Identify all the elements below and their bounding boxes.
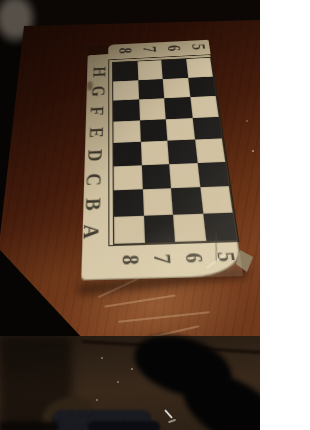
square-h8	[113, 61, 138, 81]
square-f6	[164, 97, 192, 119]
wood-crack	[216, 233, 217, 262]
dust-speck	[246, 120, 248, 122]
photo-margin	[260, 0, 310, 430]
rank-label-bottom-8: 8	[118, 255, 140, 266]
square-g8	[113, 80, 139, 101]
dust-speck	[252, 150, 254, 152]
square-d7	[140, 141, 169, 165]
square-d6	[167, 140, 197, 164]
square-g6	[163, 78, 190, 99]
dark-fabric-fold	[88, 421, 160, 430]
square-d5	[195, 138, 226, 162]
dust-speck	[96, 399, 98, 401]
photo-scene: 8765 8765 HGFEDCBA	[0, 0, 310, 430]
dust-speck	[131, 368, 133, 370]
square-b8	[114, 189, 144, 216]
square-c6	[169, 163, 200, 189]
square-d8	[113, 142, 141, 166]
square-b6	[171, 187, 203, 214]
square-e5	[192, 117, 222, 140]
square-e7	[139, 119, 167, 142]
file-label-e: E	[86, 127, 106, 138]
square-e8	[113, 120, 140, 143]
dust-speck	[101, 357, 103, 359]
bottom-shadow	[0, 422, 58, 430]
rank-label-bottom-6: 6	[181, 253, 204, 264]
square-b5	[200, 186, 233, 213]
square-h5	[186, 58, 213, 78]
square-c7	[141, 164, 171, 190]
file-label-f: F	[88, 106, 108, 116]
square-a7	[143, 214, 175, 243]
square-f7	[139, 98, 166, 120]
rank-label-top-8: 8	[116, 47, 133, 54]
rank-label-top-5: 5	[188, 44, 206, 51]
square-c8	[114, 165, 143, 191]
square-a6	[173, 213, 206, 242]
square-b7	[142, 188, 173, 215]
square-h6	[161, 59, 187, 79]
square-h7	[137, 60, 163, 80]
rank-label-top-7: 7	[140, 46, 157, 53]
file-label-h: H	[90, 66, 109, 77]
square-g5	[188, 76, 216, 97]
rank-labels-bottom: 8765	[113, 241, 243, 276]
square-f8	[113, 99, 139, 121]
square-e6	[166, 118, 195, 141]
square-a8	[114, 215, 145, 244]
file-label-c: C	[83, 172, 104, 185]
file-label-a: A	[80, 224, 103, 239]
rank-label-top-6: 6	[164, 45, 181, 52]
file-label-d: D	[85, 149, 106, 162]
square-c5	[197, 162, 229, 188]
file-label-b: B	[82, 198, 104, 211]
square-a5	[203, 212, 237, 241]
dust-speck	[117, 381, 119, 383]
square-f5	[190, 96, 219, 118]
rank-label-bottom-7: 7	[149, 254, 172, 265]
square-g7	[138, 79, 164, 100]
